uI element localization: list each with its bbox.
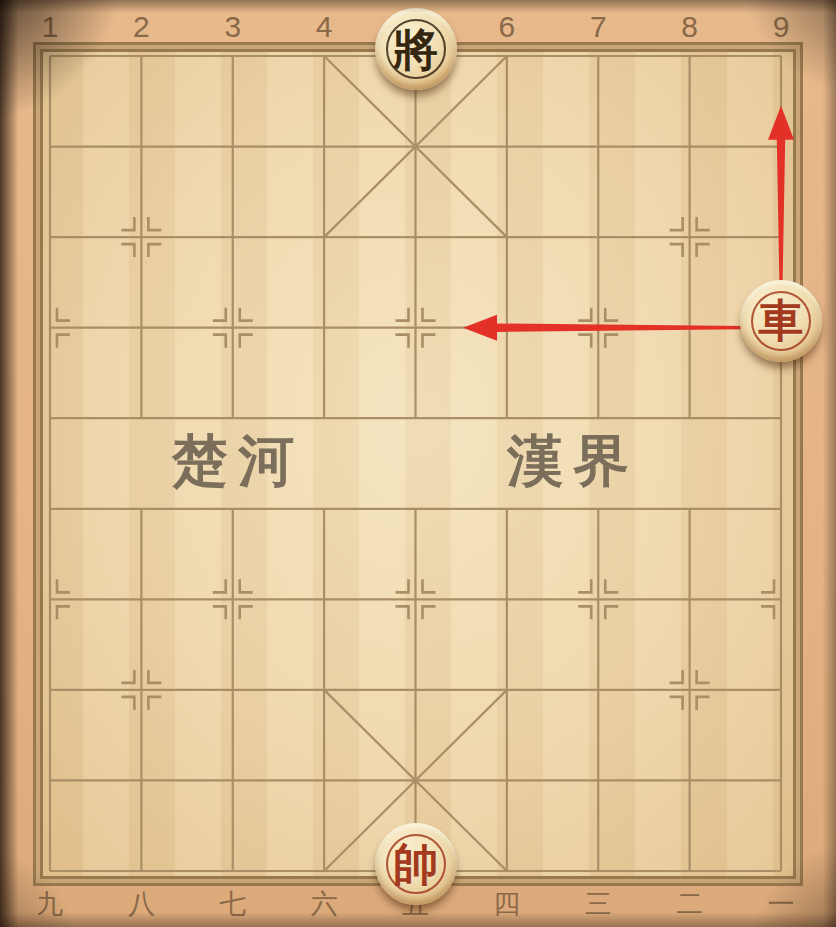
board-grid-and-arrows bbox=[0, 0, 836, 927]
piece-red-chariot[interactable]: 車 bbox=[740, 280, 822, 362]
piece-black-general[interactable]: 將 bbox=[375, 8, 457, 90]
grid-lines bbox=[50, 56, 781, 871]
xiangqi-board-screen: 123456789 九八七六五四三二一 楚河 漢界 將車帥 bbox=[0, 0, 836, 927]
piece-ring bbox=[386, 834, 446, 894]
piece-ring bbox=[751, 291, 811, 351]
piece-red-general[interactable]: 帥 bbox=[375, 823, 457, 905]
piece-ring bbox=[386, 19, 446, 79]
arrow-chariot-left-rank4 bbox=[463, 315, 744, 341]
arrow-chariot-up-file9 bbox=[768, 106, 794, 283]
